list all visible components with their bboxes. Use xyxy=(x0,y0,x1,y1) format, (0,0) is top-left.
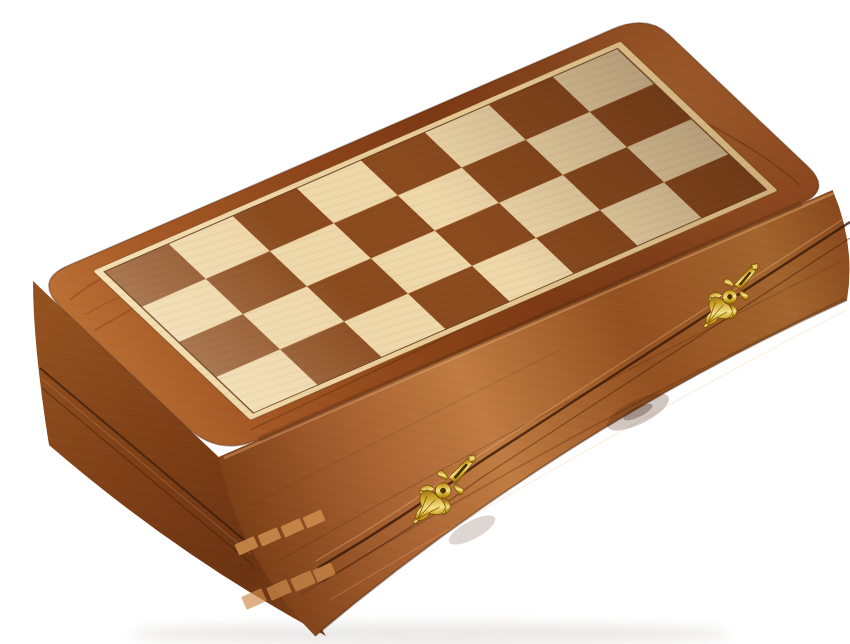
chess-box-illustration xyxy=(0,0,850,644)
product-photo-scene xyxy=(0,0,850,644)
drop-shadow xyxy=(130,623,730,644)
